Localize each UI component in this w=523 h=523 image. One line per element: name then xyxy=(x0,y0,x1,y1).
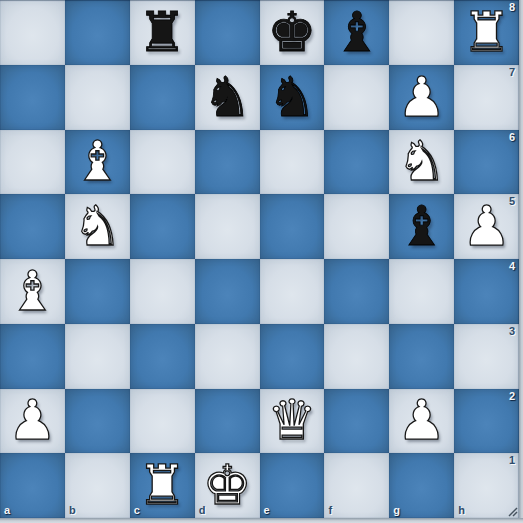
black-bishop[interactable]: ♝ xyxy=(397,199,446,254)
file-label-a: a xyxy=(4,505,10,516)
square-c3[interactable] xyxy=(130,324,195,389)
square-c4[interactable] xyxy=(130,259,195,324)
black-rook[interactable]: ♜ xyxy=(138,5,187,60)
square-f1[interactable]: f xyxy=(324,453,389,518)
square-e5[interactable] xyxy=(260,194,325,259)
square-f2[interactable] xyxy=(324,389,389,454)
square-d4[interactable] xyxy=(195,259,260,324)
white-rook[interactable]: ♜ xyxy=(138,458,187,513)
square-b5[interactable]: ♞ xyxy=(65,194,130,259)
square-g2[interactable]: ♟ xyxy=(389,389,454,454)
square-g1[interactable]: g xyxy=(389,453,454,518)
square-c8[interactable]: ♜ xyxy=(130,0,195,65)
square-f5[interactable] xyxy=(324,194,389,259)
white-knight[interactable]: ♞ xyxy=(73,199,122,254)
chess-board-widget: ♜♚♝8♜♞♞♟7♝♞6♞♝5♟♝43♟♛♟2abc♜d♚efg1h xyxy=(0,0,523,523)
square-e1[interactable]: e xyxy=(260,453,325,518)
rank-label-4: 4 xyxy=(509,261,515,272)
square-h3[interactable]: 3 xyxy=(454,324,519,389)
square-e6[interactable] xyxy=(260,130,325,195)
square-d5[interactable] xyxy=(195,194,260,259)
rank-label-3: 3 xyxy=(509,326,515,337)
square-h4[interactable]: 4 xyxy=(454,259,519,324)
black-knight[interactable]: ♞ xyxy=(202,70,251,125)
square-e8[interactable]: ♚ xyxy=(260,0,325,65)
square-g4[interactable] xyxy=(389,259,454,324)
black-king[interactable]: ♚ xyxy=(267,5,316,60)
square-b6[interactable]: ♝ xyxy=(65,130,130,195)
square-d2[interactable] xyxy=(195,389,260,454)
square-h8[interactable]: 8♜ xyxy=(454,0,519,65)
square-a1[interactable]: a xyxy=(0,453,65,518)
white-bishop[interactable]: ♝ xyxy=(8,264,57,319)
white-knight[interactable]: ♞ xyxy=(397,134,446,189)
board-bevel-right xyxy=(519,0,523,518)
square-a8[interactable] xyxy=(0,0,65,65)
square-h7[interactable]: 7 xyxy=(454,65,519,130)
rank-label-1: 1 xyxy=(509,455,515,466)
file-label-h: h xyxy=(458,505,465,516)
square-c2[interactable] xyxy=(130,389,195,454)
white-pawn[interactable]: ♟ xyxy=(462,199,511,254)
square-b1[interactable]: b xyxy=(65,453,130,518)
square-b4[interactable] xyxy=(65,259,130,324)
square-c6[interactable] xyxy=(130,130,195,195)
rank-label-7: 7 xyxy=(509,67,515,78)
white-rook[interactable]: ♜ xyxy=(462,5,511,60)
square-g3[interactable] xyxy=(389,324,454,389)
square-b2[interactable] xyxy=(65,389,130,454)
chess-board: ♜♚♝8♜♞♞♟7♝♞6♞♝5♟♝43♟♛♟2abc♜d♚efg1h xyxy=(0,0,519,518)
square-f4[interactable] xyxy=(324,259,389,324)
square-g8[interactable] xyxy=(389,0,454,65)
white-queen[interactable]: ♛ xyxy=(267,393,316,448)
square-g5[interactable]: ♝ xyxy=(389,194,454,259)
board-bevel-bottom xyxy=(0,518,523,523)
black-bishop[interactable]: ♝ xyxy=(332,5,381,60)
square-h2[interactable]: 2 xyxy=(454,389,519,454)
square-h5[interactable]: 5♟ xyxy=(454,194,519,259)
square-d3[interactable] xyxy=(195,324,260,389)
white-pawn[interactable]: ♟ xyxy=(397,70,446,125)
square-b3[interactable] xyxy=(65,324,130,389)
square-a3[interactable] xyxy=(0,324,65,389)
black-knight[interactable]: ♞ xyxy=(267,70,316,125)
square-e4[interactable] xyxy=(260,259,325,324)
square-e2[interactable]: ♛ xyxy=(260,389,325,454)
square-a6[interactable] xyxy=(0,130,65,195)
file-label-f: f xyxy=(328,505,332,516)
square-d1[interactable]: d♚ xyxy=(195,453,260,518)
square-d8[interactable] xyxy=(195,0,260,65)
white-pawn[interactable]: ♟ xyxy=(397,393,446,448)
file-label-e: e xyxy=(264,505,270,516)
square-b7[interactable] xyxy=(65,65,130,130)
square-d7[interactable]: ♞ xyxy=(195,65,260,130)
square-a7[interactable] xyxy=(0,65,65,130)
file-label-b: b xyxy=(69,505,76,516)
square-e7[interactable]: ♞ xyxy=(260,65,325,130)
square-b8[interactable] xyxy=(65,0,130,65)
white-pawn[interactable]: ♟ xyxy=(8,393,57,448)
square-g6[interactable]: ♞ xyxy=(389,130,454,195)
square-f7[interactable] xyxy=(324,65,389,130)
square-c7[interactable] xyxy=(130,65,195,130)
file-label-g: g xyxy=(393,505,400,516)
white-king[interactable]: ♚ xyxy=(202,458,251,513)
square-f3[interactable] xyxy=(324,324,389,389)
rank-label-2: 2 xyxy=(509,391,515,402)
rank-label-6: 6 xyxy=(509,132,515,143)
square-a2[interactable]: ♟ xyxy=(0,389,65,454)
square-a5[interactable] xyxy=(0,194,65,259)
square-h6[interactable]: 6 xyxy=(454,130,519,195)
square-f6[interactable] xyxy=(324,130,389,195)
square-f8[interactable]: ♝ xyxy=(324,0,389,65)
square-c1[interactable]: c♜ xyxy=(130,453,195,518)
square-c5[interactable] xyxy=(130,194,195,259)
resize-grip-icon[interactable] xyxy=(506,505,518,517)
square-g7[interactable]: ♟ xyxy=(389,65,454,130)
square-e3[interactable] xyxy=(260,324,325,389)
white-bishop[interactable]: ♝ xyxy=(73,134,122,189)
square-a4[interactable]: ♝ xyxy=(0,259,65,324)
square-d6[interactable] xyxy=(195,130,260,195)
